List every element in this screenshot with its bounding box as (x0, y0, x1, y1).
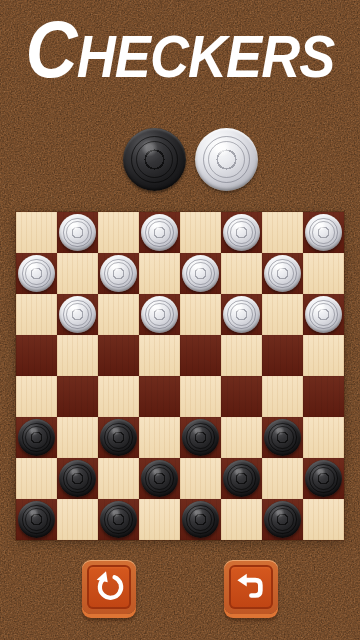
board-cell-b2[interactable] (57, 458, 98, 499)
board-cell-g2 (262, 458, 303, 499)
board-cell-b3 (57, 417, 98, 458)
board-cell-d2[interactable] (139, 458, 180, 499)
board-cell-e7[interactable] (180, 253, 221, 294)
black-checker[interactable] (100, 419, 137, 456)
board-cell-h3 (303, 417, 344, 458)
white-checker[interactable] (18, 255, 55, 292)
board-cell-b7 (57, 253, 98, 294)
board-cell-c7[interactable] (98, 253, 139, 294)
black-checker[interactable] (305, 460, 342, 497)
restart-icon (87, 565, 131, 609)
black-checker-icon[interactable] (123, 128, 186, 191)
board-cell-e1[interactable] (180, 499, 221, 540)
app-title: Checkers (18, 8, 342, 92)
board-cell-f6[interactable] (221, 294, 262, 335)
board-cell-e6 (180, 294, 221, 335)
board-cell-h6[interactable] (303, 294, 344, 335)
board-cell-g6 (262, 294, 303, 335)
board-cell-a5[interactable] (16, 335, 57, 376)
black-checker[interactable] (264, 501, 301, 538)
board-cell-d1 (139, 499, 180, 540)
board-cell-b1 (57, 499, 98, 540)
board-cell-e3[interactable] (180, 417, 221, 458)
restart-button[interactable] (82, 560, 136, 614)
board-cell-d7 (139, 253, 180, 294)
board-cell-f8[interactable] (221, 212, 262, 253)
board-cell-a2 (16, 458, 57, 499)
board-cell-b6[interactable] (57, 294, 98, 335)
board-cell-e5[interactable] (180, 335, 221, 376)
board-cell-a4 (16, 376, 57, 417)
board-cell-e2 (180, 458, 221, 499)
board-cell-c2 (98, 458, 139, 499)
board-cell-d6[interactable] (139, 294, 180, 335)
board-cell-h1 (303, 499, 344, 540)
white-checker[interactable] (305, 296, 342, 333)
white-checker[interactable] (59, 296, 96, 333)
checkers-board (16, 212, 344, 540)
white-checker[interactable] (141, 296, 178, 333)
bottom-controls (0, 560, 360, 614)
board-cell-a1[interactable] (16, 499, 57, 540)
black-checker[interactable] (182, 419, 219, 456)
board-cell-b5 (57, 335, 98, 376)
black-checker[interactable] (223, 460, 260, 497)
board-cell-g8 (262, 212, 303, 253)
board-cell-g4 (262, 376, 303, 417)
board-cell-c6 (98, 294, 139, 335)
board-cell-b8[interactable] (57, 212, 98, 253)
board-cell-c3[interactable] (98, 417, 139, 458)
board-cell-c1[interactable] (98, 499, 139, 540)
board-cell-b4[interactable] (57, 376, 98, 417)
black-checker[interactable] (100, 501, 137, 538)
board-cell-h7 (303, 253, 344, 294)
black-checker[interactable] (18, 501, 55, 538)
board-cell-f3 (221, 417, 262, 458)
black-checker[interactable] (59, 460, 96, 497)
board-cell-d8[interactable] (139, 212, 180, 253)
board-cell-d4[interactable] (139, 376, 180, 417)
black-checker[interactable] (18, 419, 55, 456)
board-cell-a6 (16, 294, 57, 335)
board-cell-a3[interactable] (16, 417, 57, 458)
black-checker[interactable] (182, 501, 219, 538)
board-cell-h4[interactable] (303, 376, 344, 417)
board-cell-f1 (221, 499, 262, 540)
board-cell-c5[interactable] (98, 335, 139, 376)
board-cell-g7[interactable] (262, 253, 303, 294)
board-cell-f2[interactable] (221, 458, 262, 499)
board-cell-a8 (16, 212, 57, 253)
white-checker[interactable] (223, 214, 260, 251)
undo-icon (229, 565, 273, 609)
piece-selector (123, 128, 258, 191)
board-cell-c8 (98, 212, 139, 253)
white-checker-icon[interactable] (195, 128, 258, 191)
board-cell-d3 (139, 417, 180, 458)
undo-button[interactable] (224, 560, 278, 614)
board-cell-h8[interactable] (303, 212, 344, 253)
white-checker[interactable] (59, 214, 96, 251)
board-cell-d5 (139, 335, 180, 376)
black-checker[interactable] (141, 460, 178, 497)
board-cell-g5[interactable] (262, 335, 303, 376)
white-checker[interactable] (100, 255, 137, 292)
white-checker[interactable] (141, 214, 178, 251)
board-cell-h2[interactable] (303, 458, 344, 499)
board-cell-g1[interactable] (262, 499, 303, 540)
board-cell-e4 (180, 376, 221, 417)
black-checker[interactable] (264, 419, 301, 456)
board-cell-f5 (221, 335, 262, 376)
white-checker[interactable] (264, 255, 301, 292)
board-cell-a7[interactable] (16, 253, 57, 294)
white-checker[interactable] (223, 296, 260, 333)
board-cell-f7 (221, 253, 262, 294)
white-checker[interactable] (305, 214, 342, 251)
board-cell-c4 (98, 376, 139, 417)
board-cell-g3[interactable] (262, 417, 303, 458)
board-cell-h5 (303, 335, 344, 376)
white-checker[interactable] (182, 255, 219, 292)
board-cell-e8 (180, 212, 221, 253)
board-cell-f4[interactable] (221, 376, 262, 417)
